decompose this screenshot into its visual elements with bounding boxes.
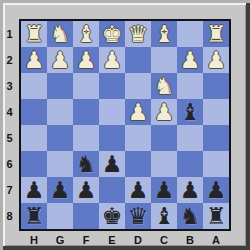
rank-label-3: 3	[0, 73, 19, 99]
square-a5[interactable]	[203, 125, 229, 151]
rank-label-7: 7	[0, 177, 19, 203]
square-h6[interactable]	[21, 151, 47, 177]
chess-board: ♜♞♝♚♛♝♜♟♟♟♟♟♟♞♟♟♝♞♟♟♟♟♟♟♟♟♜♚♛♝♞♜	[19, 19, 231, 231]
black-rook[interactable]: ♜	[206, 205, 227, 228]
square-h2[interactable]: ♟	[21, 47, 47, 73]
square-c4[interactable]: ♟	[151, 99, 177, 125]
square-b6[interactable]	[177, 151, 203, 177]
file-label-a: A	[203, 231, 229, 250]
square-h5[interactable]	[21, 125, 47, 151]
file-labels: HGFEDCBA	[21, 231, 229, 250]
white-pawn[interactable]: ♟	[180, 49, 201, 72]
square-g1[interactable]: ♞	[47, 21, 73, 47]
square-d6[interactable]	[125, 151, 151, 177]
square-g3[interactable]	[47, 73, 73, 99]
black-bishop[interactable]: ♝	[154, 205, 175, 228]
white-rook[interactable]: ♜	[24, 23, 45, 46]
square-c3[interactable]: ♞	[151, 73, 177, 99]
square-e6[interactable]: ♟	[99, 151, 125, 177]
rank-label-4: 4	[0, 99, 19, 125]
square-a1[interactable]: ♜	[203, 21, 229, 47]
rank-labels: 12345678	[0, 21, 19, 229]
square-d4[interactable]: ♟	[125, 99, 151, 125]
rank-label-5: 5	[0, 125, 19, 151]
square-d2[interactable]	[125, 47, 151, 73]
black-queen[interactable]: ♛	[128, 205, 149, 228]
white-knight[interactable]: ♞	[154, 75, 175, 98]
square-b5[interactable]	[177, 125, 203, 151]
file-label-f: F	[73, 231, 99, 250]
rank-label-8: 8	[0, 203, 19, 229]
square-d1[interactable]: ♛	[125, 21, 151, 47]
square-d7[interactable]: ♟	[125, 177, 151, 203]
file-label-c: C	[151, 231, 177, 250]
square-f1[interactable]: ♝	[73, 21, 99, 47]
file-label-b: B	[177, 231, 203, 250]
white-pawn[interactable]: ♟	[154, 101, 175, 124]
square-f2[interactable]: ♟	[73, 47, 99, 73]
square-a7[interactable]: ♟	[203, 177, 229, 203]
square-f3[interactable]	[73, 73, 99, 99]
black-pawn[interactable]: ♟	[206, 179, 227, 202]
square-c2[interactable]	[151, 47, 177, 73]
white-pawn[interactable]: ♟	[76, 49, 97, 72]
square-e3[interactable]	[99, 73, 125, 99]
square-e5[interactable]	[99, 125, 125, 151]
square-h4[interactable]	[21, 99, 47, 125]
square-g2[interactable]: ♟	[47, 47, 73, 73]
rank-label-6: 6	[0, 151, 19, 177]
square-e1[interactable]: ♚	[99, 21, 125, 47]
square-e2[interactable]: ♟	[99, 47, 125, 73]
file-label-h: H	[21, 231, 47, 250]
black-pawn[interactable]: ♟	[180, 179, 201, 202]
white-pawn[interactable]: ♟	[24, 49, 45, 72]
square-e7[interactable]	[99, 177, 125, 203]
square-b8[interactable]: ♞	[177, 203, 203, 229]
square-a6[interactable]	[203, 151, 229, 177]
black-bishop[interactable]: ♝	[180, 101, 201, 124]
square-c8[interactable]: ♝	[151, 203, 177, 229]
white-pawn[interactable]: ♟	[128, 101, 149, 124]
square-a3[interactable]	[203, 73, 229, 99]
white-rook[interactable]: ♜	[206, 23, 227, 46]
white-pawn[interactable]: ♟	[102, 49, 123, 72]
white-pawn[interactable]: ♟	[206, 49, 227, 72]
square-c6[interactable]	[151, 151, 177, 177]
square-c1[interactable]: ♝	[151, 21, 177, 47]
rank-label-1: 1	[0, 21, 19, 47]
white-bishop[interactable]: ♝	[154, 23, 175, 46]
square-f7[interactable]: ♟	[73, 177, 99, 203]
square-b4[interactable]: ♝	[177, 99, 203, 125]
square-h1[interactable]: ♜	[21, 21, 47, 47]
black-knight[interactable]: ♞	[180, 205, 201, 228]
black-king[interactable]: ♚	[102, 205, 123, 228]
white-king[interactable]: ♚	[102, 23, 123, 46]
square-e8[interactable]: ♚	[99, 203, 125, 229]
white-knight[interactable]: ♞	[50, 23, 71, 46]
square-d8[interactable]: ♛	[125, 203, 151, 229]
black-pawn[interactable]: ♟	[24, 179, 45, 202]
square-d3[interactable]	[125, 73, 151, 99]
square-g6[interactable]	[47, 151, 73, 177]
square-b3[interactable]	[177, 73, 203, 99]
square-g8[interactable]	[47, 203, 73, 229]
square-c7[interactable]: ♟	[151, 177, 177, 203]
white-queen[interactable]: ♛	[128, 23, 149, 46]
square-g4[interactable]	[47, 99, 73, 125]
square-g5[interactable]	[47, 125, 73, 151]
square-a4[interactable]	[203, 99, 229, 125]
square-d5[interactable]	[125, 125, 151, 151]
file-label-d: D	[125, 231, 151, 250]
square-b7[interactable]: ♟	[177, 177, 203, 203]
square-e4[interactable]	[99, 99, 125, 125]
square-a8[interactable]: ♜	[203, 203, 229, 229]
square-a2[interactable]: ♟	[203, 47, 229, 73]
white-pawn[interactable]: ♟	[50, 49, 71, 72]
square-h7[interactable]: ♟	[21, 177, 47, 203]
rank-label-2: 2	[0, 47, 19, 73]
black-pawn[interactable]: ♟	[76, 179, 97, 202]
white-bishop[interactable]: ♝	[76, 23, 97, 46]
file-label-e: E	[99, 231, 125, 250]
square-c5[interactable]	[151, 125, 177, 151]
chess-diagram: 12345678 ♜♞♝♚♛♝♜♟♟♟♟♟♟♞♟♟♝♞♟♟♟♟♟♟♟♟♜♚♛♝♞…	[0, 0, 250, 250]
black-knight[interactable]: ♞	[76, 153, 97, 176]
square-f6[interactable]: ♞	[73, 151, 99, 177]
square-b2[interactable]: ♟	[177, 47, 203, 73]
black-pawn[interactable]: ♟	[154, 179, 175, 202]
square-h8[interactable]: ♜	[21, 203, 47, 229]
black-pawn[interactable]: ♟	[102, 153, 123, 176]
square-g7[interactable]: ♟	[47, 177, 73, 203]
square-f5[interactable]	[73, 125, 99, 151]
square-h3[interactable]	[21, 73, 47, 99]
square-b1[interactable]	[177, 21, 203, 47]
black-pawn[interactable]: ♟	[128, 179, 149, 202]
file-label-g: G	[47, 231, 73, 250]
square-f8[interactable]	[73, 203, 99, 229]
black-rook[interactable]: ♜	[24, 205, 45, 228]
square-f4[interactable]	[73, 99, 99, 125]
black-pawn[interactable]: ♟	[50, 179, 71, 202]
